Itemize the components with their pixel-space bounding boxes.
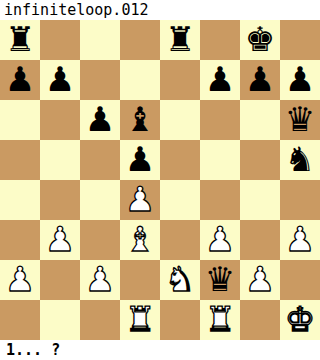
square-d7[interactable]	[120, 60, 160, 100]
chess-diagram: infiniteloop.012 ♜♜♚♟♟♟♟♟♟♝♛♟♞♟♟♝♟♟♟♟♞♛♟…	[0, 0, 320, 360]
square-d3[interactable]: ♝	[120, 220, 160, 260]
square-a3[interactable]	[0, 220, 40, 260]
black-rook-piece: ♜	[165, 22, 195, 56]
square-c8[interactable]	[80, 20, 120, 60]
black-queen-piece: ♛	[205, 262, 235, 296]
square-a8[interactable]: ♜	[0, 20, 40, 60]
white-rook-piece: ♜	[125, 302, 155, 336]
square-h6[interactable]: ♛	[280, 100, 320, 140]
square-a5[interactable]	[0, 140, 40, 180]
square-h2[interactable]	[280, 260, 320, 300]
square-c1[interactable]	[80, 300, 120, 340]
black-king-piece: ♚	[245, 22, 275, 56]
square-f6[interactable]	[200, 100, 240, 140]
black-pawn-piece: ♟	[5, 62, 35, 96]
square-d1[interactable]: ♜	[120, 300, 160, 340]
square-d2[interactable]	[120, 260, 160, 300]
white-rook-piece: ♜	[205, 302, 235, 336]
square-g4[interactable]	[240, 180, 280, 220]
square-a1[interactable]	[0, 300, 40, 340]
black-pawn-piece: ♟	[125, 142, 155, 176]
square-f7[interactable]: ♟	[200, 60, 240, 100]
square-g8[interactable]: ♚	[240, 20, 280, 60]
black-pawn-piece: ♟	[85, 102, 115, 136]
square-f5[interactable]	[200, 140, 240, 180]
black-pawn-piece: ♟	[285, 62, 315, 96]
square-c3[interactable]	[80, 220, 120, 260]
square-d8[interactable]	[120, 20, 160, 60]
square-e6[interactable]	[160, 100, 200, 140]
square-b8[interactable]	[40, 20, 80, 60]
square-h7[interactable]: ♟	[280, 60, 320, 100]
white-pawn-piece: ♟	[5, 262, 35, 296]
square-g3[interactable]	[240, 220, 280, 260]
square-b7[interactable]: ♟	[40, 60, 80, 100]
square-b6[interactable]	[40, 100, 80, 140]
white-king-piece: ♚	[285, 302, 315, 336]
square-g5[interactable]	[240, 140, 280, 180]
square-d5[interactable]: ♟	[120, 140, 160, 180]
square-h8[interactable]	[280, 20, 320, 60]
square-c4[interactable]	[80, 180, 120, 220]
square-d4[interactable]: ♟	[120, 180, 160, 220]
square-g7[interactable]: ♟	[240, 60, 280, 100]
square-b3[interactable]: ♟	[40, 220, 80, 260]
square-e5[interactable]	[160, 140, 200, 180]
black-pawn-piece: ♟	[205, 62, 235, 96]
square-e7[interactable]	[160, 60, 200, 100]
black-pawn-piece: ♟	[245, 62, 275, 96]
square-b4[interactable]	[40, 180, 80, 220]
puzzle-title: infiniteloop.012	[0, 0, 320, 20]
square-c7[interactable]	[80, 60, 120, 100]
square-f2[interactable]: ♛	[200, 260, 240, 300]
square-b1[interactable]	[40, 300, 80, 340]
square-b2[interactable]	[40, 260, 80, 300]
square-f8[interactable]	[200, 20, 240, 60]
square-g6[interactable]	[240, 100, 280, 140]
square-a6[interactable]	[0, 100, 40, 140]
square-c5[interactable]	[80, 140, 120, 180]
black-queen-piece: ♛	[285, 102, 315, 136]
square-g2[interactable]: ♟	[240, 260, 280, 300]
square-e8[interactable]: ♜	[160, 20, 200, 60]
white-pawn-piece: ♟	[125, 182, 155, 216]
white-pawn-piece: ♟	[285, 222, 315, 256]
black-rook-piece: ♜	[5, 22, 35, 56]
square-h1[interactable]: ♚	[280, 300, 320, 340]
square-e3[interactable]	[160, 220, 200, 260]
square-a4[interactable]	[0, 180, 40, 220]
square-f4[interactable]	[200, 180, 240, 220]
square-f3[interactable]: ♟	[200, 220, 240, 260]
square-h3[interactable]: ♟	[280, 220, 320, 260]
square-a2[interactable]: ♟	[0, 260, 40, 300]
square-h5[interactable]: ♞	[280, 140, 320, 180]
square-e2[interactable]: ♞	[160, 260, 200, 300]
square-f1[interactable]: ♜	[200, 300, 240, 340]
square-c2[interactable]: ♟	[80, 260, 120, 300]
white-pawn-piece: ♟	[45, 222, 75, 256]
black-knight-piece: ♞	[285, 142, 315, 176]
square-c6[interactable]: ♟	[80, 100, 120, 140]
white-pawn-piece: ♟	[205, 222, 235, 256]
black-bishop-piece: ♝	[125, 102, 155, 136]
white-knight-piece: ♞	[165, 262, 195, 296]
chess-board: ♜♜♚♟♟♟♟♟♟♝♛♟♞♟♟♝♟♟♟♟♞♛♟♜♜♚	[0, 20, 320, 340]
white-bishop-piece: ♝	[125, 222, 155, 256]
white-pawn-piece: ♟	[245, 262, 275, 296]
square-d6[interactable]: ♝	[120, 100, 160, 140]
square-g1[interactable]	[240, 300, 280, 340]
white-pawn-piece: ♟	[85, 262, 115, 296]
move-prompt: 1... ?	[0, 340, 320, 360]
black-pawn-piece: ♟	[45, 62, 75, 96]
square-e4[interactable]	[160, 180, 200, 220]
square-h4[interactable]	[280, 180, 320, 220]
square-e1[interactable]	[160, 300, 200, 340]
square-b5[interactable]	[40, 140, 80, 180]
square-a7[interactable]: ♟	[0, 60, 40, 100]
